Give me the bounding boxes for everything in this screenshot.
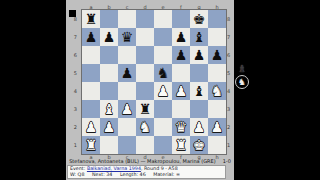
square-g4: ♝ <box>190 82 208 100</box>
black-pawn-f6: ♟ <box>175 46 188 64</box>
square-c2 <box>118 118 136 136</box>
square-f2: ♛ <box>172 118 190 136</box>
square-f7: ♟ <box>172 28 190 46</box>
game-result: 1-0 <box>223 158 231 164</box>
black-pawn-a7: ♟ <box>85 28 98 46</box>
white-pawn-h2: ♟ <box>211 118 224 136</box>
black-rook-d3: ♜ <box>139 100 152 118</box>
square-b2: ♟ <box>100 118 118 136</box>
square-f8 <box>172 10 190 28</box>
square-e8 <box>154 10 172 28</box>
black-pawn-b7: ♟ <box>103 28 116 46</box>
players-line: Stefanova, Antoaneta (BUL) — Makropoulou… <box>66 158 234 165</box>
white-pawn-b2: ♟ <box>103 118 116 136</box>
rank-label-4: 4 <box>226 88 234 94</box>
square-h3 <box>208 100 226 118</box>
white-pawn-a2: ♟ <box>85 118 98 136</box>
stat-material: Material: = <box>153 172 180 177</box>
black-knight-e5: ♞ <box>157 64 170 82</box>
white-knight-h4: ♞ <box>211 82 224 100</box>
chess-diagram-frame: abcdefgh 87654321 ♜♚♟♟♛♟♝♟♟♟♟♞♟♟♝♞♝♟♜♟♟♞… <box>0 0 320 180</box>
square-d8 <box>136 10 154 28</box>
white-pawn-f4: ♟ <box>175 82 188 100</box>
rank-label-6: 6 <box>66 52 80 58</box>
square-b6 <box>100 46 118 64</box>
square-a4 <box>82 82 100 100</box>
square-g7: ♝ <box>190 28 208 46</box>
event-name: Balkaniad, Varna 1994 <box>87 166 141 171</box>
rank-label-3: 3 <box>66 106 80 112</box>
square-a2: ♟ <box>82 118 100 136</box>
black-king-g8: ♚ <box>193 10 206 28</box>
rank-label-7: 7 <box>66 34 80 40</box>
knight-badge-glyph: ♞ <box>238 76 246 88</box>
square-e5: ♞ <box>154 64 172 82</box>
black-pawn-g6: ♟ <box>193 46 206 64</box>
rank-label-2: 2 <box>226 124 234 130</box>
rank-label-5: 5 <box>66 70 80 76</box>
square-g5 <box>190 64 208 82</box>
rank-label-6: 6 <box>226 52 234 58</box>
square-b4 <box>100 82 118 100</box>
white-bishop-b3: ♝ <box>103 100 116 118</box>
square-f6: ♟ <box>172 46 190 64</box>
square-e2 <box>154 118 172 136</box>
square-h8 <box>208 10 226 28</box>
square-d5 <box>136 64 154 82</box>
knight-badge-icon: ♞ <box>235 75 249 89</box>
material-icons: ♝ ♞ <box>234 63 250 89</box>
square-g8: ♚ <box>190 10 208 28</box>
stat-length: Length: 46 <box>120 172 146 177</box>
black-pawn-f7: ♟ <box>175 28 188 46</box>
square-b7: ♟ <box>100 28 118 46</box>
square-h7 <box>208 28 226 46</box>
rank-label-2: 2 <box>66 124 80 130</box>
square-e7 <box>154 28 172 46</box>
square-g3 <box>190 100 208 118</box>
square-a6 <box>82 46 100 64</box>
square-b5 <box>100 64 118 82</box>
rank-label-1: 1 <box>226 142 234 148</box>
square-c3: ♟ <box>118 100 136 118</box>
stat-next: Next: 34 <box>92 172 112 177</box>
square-c6 <box>118 46 136 64</box>
white-queen-f2: ♛ <box>175 118 188 136</box>
white-pawn-g2: ♟ <box>193 118 206 136</box>
square-c7: ♛ <box>118 28 136 46</box>
white-king-g1: ♚ <box>193 136 206 154</box>
rank-label-8: 8 <box>226 16 234 22</box>
square-h1 <box>208 136 226 154</box>
square-g1: ♚ <box>190 136 208 154</box>
square-d7 <box>136 28 154 46</box>
white-pawn-e4: ♟ <box>157 82 170 100</box>
event-details: , Round 9 · A58 <box>141 166 178 171</box>
game-info-box: Event: Balkaniad, Varna 1994, Round 9 · … <box>67 165 226 179</box>
info-line-stats: W: Q8 Next: 34 Length: 46 Material: = <box>70 172 223 178</box>
rank-label-1: 1 <box>66 142 80 148</box>
square-a8: ♜ <box>82 10 100 28</box>
square-c4 <box>118 82 136 100</box>
square-c1 <box>118 136 136 154</box>
square-f3 <box>172 100 190 118</box>
square-f1: ♜ <box>172 136 190 154</box>
square-b3: ♝ <box>100 100 118 118</box>
square-h2: ♟ <box>208 118 226 136</box>
square-e1 <box>154 136 172 154</box>
square-c5: ♟ <box>118 64 136 82</box>
board: ♜♚♟♟♛♟♝♟♟♟♟♞♟♟♝♞♝♟♜♟♟♞♛♟♟♜♜♚ <box>82 10 226 154</box>
white-rook-f1: ♜ <box>175 136 188 154</box>
square-h5 <box>208 64 226 82</box>
square-b8 <box>100 10 118 28</box>
rank-labels-left: 87654321 <box>66 10 80 154</box>
black-pawn-c5: ♟ <box>121 64 134 82</box>
black-to-move-indicator <box>69 10 76 17</box>
rank-label-7: 7 <box>226 34 234 40</box>
black-queen-c7: ♛ <box>121 28 134 46</box>
black-rook-a8: ♜ <box>85 10 98 28</box>
square-f5 <box>172 64 190 82</box>
square-a7: ♟ <box>82 28 100 46</box>
square-a1: ♜ <box>82 136 100 154</box>
square-d2: ♞ <box>136 118 154 136</box>
square-d3: ♜ <box>136 100 154 118</box>
square-h4: ♞ <box>208 82 226 100</box>
square-e4: ♟ <box>154 82 172 100</box>
square-d4 <box>136 82 154 100</box>
square-e6 <box>154 46 172 64</box>
rank-labels-right: 87654321 <box>226 10 234 154</box>
rank-label-3: 3 <box>226 106 234 112</box>
file-labels-top: abcdefgh <box>82 1 226 10</box>
rank-label-4: 4 <box>66 88 80 94</box>
square-g6: ♟ <box>190 46 208 64</box>
square-c8 <box>118 10 136 28</box>
white-knight-d2: ♞ <box>139 118 152 136</box>
black-pawn-h6: ♟ <box>211 46 224 64</box>
square-f4: ♟ <box>172 82 190 100</box>
square-h6: ♟ <box>208 46 226 64</box>
white-pawn-c3: ♟ <box>121 100 134 118</box>
stat-side: W: Q8 <box>70 172 84 177</box>
square-a3 <box>82 100 100 118</box>
white-rook-a1: ♜ <box>85 136 98 154</box>
square-b1 <box>100 136 118 154</box>
black-bishop-g7: ♝ <box>193 28 206 46</box>
rank-label-5: 5 <box>226 70 234 76</box>
square-e3 <box>154 100 172 118</box>
square-a5 <box>82 64 100 82</box>
square-d1 <box>136 136 154 154</box>
event-label: Event: <box>70 166 87 171</box>
black-bishop-g4: ♝ <box>193 82 206 100</box>
square-g2: ♟ <box>190 118 208 136</box>
square-d6 <box>136 46 154 64</box>
player-names: Stefanova, Antoaneta (BUL) — Makropoulou… <box>69 158 215 164</box>
captured-bishop-icon: ♝ <box>234 63 250 74</box>
